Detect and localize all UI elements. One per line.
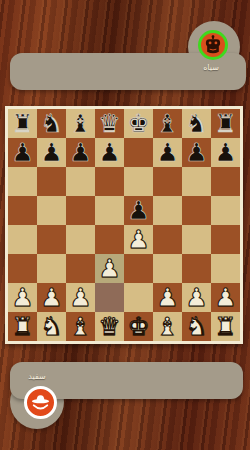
- square-c8[interactable]: ♝: [66, 109, 95, 138]
- hat-person-avatar-icon: [29, 391, 52, 414]
- square-c7[interactable]: ♟: [66, 138, 95, 167]
- piece-white-pawn: ♟: [98, 254, 120, 283]
- square-c5[interactable]: [66, 196, 95, 225]
- board: ♜♞♝♛♚♝♞♜♟♟♟♟♟♟♟♟♟♟♟♟♟♟♟♟♜♞♝♛♚♝♞♜: [8, 109, 240, 341]
- square-g4[interactable]: [182, 225, 211, 254]
- square-g1[interactable]: ♞: [182, 312, 211, 341]
- chess-app-screen: سیاه ♜♞♝♛♚♝♞♜♟♟♟♟♟♟♟♟♟♟♟♟♟♟♟♟♜♞♝♛♚♝♞♜ سف…: [0, 0, 250, 450]
- square-b5[interactable]: [37, 196, 66, 225]
- piece-white-bishop: ♝: [156, 312, 178, 341]
- white-player-label: سفید: [12, 372, 62, 381]
- square-f1[interactable]: ♝: [153, 312, 182, 341]
- square-h4[interactable]: [211, 225, 240, 254]
- square-a5[interactable]: [8, 196, 37, 225]
- square-e1[interactable]: ♚: [124, 312, 153, 341]
- square-a1[interactable]: ♜: [8, 312, 37, 341]
- square-f3[interactable]: [153, 254, 182, 283]
- square-c1[interactable]: ♝: [66, 312, 95, 341]
- piece-white-pawn: ♟: [40, 283, 62, 312]
- piece-black-pawn: ♟: [98, 138, 120, 167]
- piece-black-pawn: ♟: [11, 138, 33, 167]
- piece-black-king: ♚: [127, 109, 149, 138]
- square-f4[interactable]: [153, 225, 182, 254]
- black-player-label: سیاه: [186, 63, 236, 72]
- piece-white-pawn: ♟: [127, 225, 149, 254]
- robot-avatar-icon: [203, 35, 223, 55]
- square-c2[interactable]: ♟: [66, 283, 95, 312]
- piece-white-bishop: ♝: [69, 312, 91, 341]
- black-avatar: [198, 30, 228, 60]
- piece-white-pawn: ♟: [214, 283, 236, 312]
- square-a4[interactable]: [8, 225, 37, 254]
- piece-white-knight: ♞: [185, 312, 207, 341]
- square-c6[interactable]: [66, 167, 95, 196]
- square-f8[interactable]: ♝: [153, 109, 182, 138]
- square-d8[interactable]: ♛: [95, 109, 124, 138]
- square-e8[interactable]: ♚: [124, 109, 153, 138]
- square-b2[interactable]: ♟: [37, 283, 66, 312]
- square-d6[interactable]: [95, 167, 124, 196]
- square-a8[interactable]: ♜: [8, 109, 37, 138]
- square-g5[interactable]: [182, 196, 211, 225]
- square-d4[interactable]: [95, 225, 124, 254]
- square-a7[interactable]: ♟: [8, 138, 37, 167]
- square-f6[interactable]: [153, 167, 182, 196]
- square-b8[interactable]: ♞: [37, 109, 66, 138]
- piece-white-pawn: ♟: [69, 283, 91, 312]
- piece-black-pawn: ♟: [127, 196, 149, 225]
- square-e6[interactable]: [124, 167, 153, 196]
- square-h1[interactable]: ♜: [211, 312, 240, 341]
- piece-white-king: ♚: [127, 312, 149, 341]
- square-c3[interactable]: [66, 254, 95, 283]
- square-g3[interactable]: [182, 254, 211, 283]
- piece-black-pawn: ♟: [69, 138, 91, 167]
- board-frame: ♜♞♝♛♚♝♞♜♟♟♟♟♟♟♟♟♟♟♟♟♟♟♟♟♜♞♝♛♚♝♞♜: [5, 106, 243, 344]
- square-d7[interactable]: ♟: [95, 138, 124, 167]
- square-e3[interactable]: [124, 254, 153, 283]
- piece-white-rook: ♜: [11, 312, 33, 341]
- square-g2[interactable]: ♟: [182, 283, 211, 312]
- square-f5[interactable]: [153, 196, 182, 225]
- piece-white-queen: ♛: [98, 312, 120, 341]
- piece-black-pawn: ♟: [156, 138, 178, 167]
- square-h3[interactable]: [211, 254, 240, 283]
- square-f7[interactable]: ♟: [153, 138, 182, 167]
- square-a6[interactable]: [8, 167, 37, 196]
- piece-black-rook: ♜: [11, 109, 33, 138]
- white-avatar: [24, 386, 57, 419]
- square-b7[interactable]: ♟: [37, 138, 66, 167]
- square-d2[interactable]: [95, 283, 124, 312]
- square-h2[interactable]: ♟: [211, 283, 240, 312]
- piece-black-pawn: ♟: [214, 138, 236, 167]
- square-b4[interactable]: [37, 225, 66, 254]
- square-b1[interactable]: ♞: [37, 312, 66, 341]
- piece-black-bishop: ♝: [69, 109, 91, 138]
- square-d1[interactable]: ♛: [95, 312, 124, 341]
- square-g7[interactable]: ♟: [182, 138, 211, 167]
- square-d3[interactable]: ♟: [95, 254, 124, 283]
- square-a3[interactable]: [8, 254, 37, 283]
- piece-white-pawn: ♟: [156, 283, 178, 312]
- piece-white-knight: ♞: [40, 312, 62, 341]
- square-e4[interactable]: ♟: [124, 225, 153, 254]
- piece-white-pawn: ♟: [185, 283, 207, 312]
- square-c4[interactable]: [66, 225, 95, 254]
- square-h8[interactable]: ♜: [211, 109, 240, 138]
- piece-black-pawn: ♟: [40, 138, 62, 167]
- piece-black-knight: ♞: [40, 109, 62, 138]
- square-h7[interactable]: ♟: [211, 138, 240, 167]
- square-f2[interactable]: ♟: [153, 283, 182, 312]
- square-h5[interactable]: [211, 196, 240, 225]
- square-b6[interactable]: [37, 167, 66, 196]
- square-g6[interactable]: [182, 167, 211, 196]
- piece-black-rook: ♜: [214, 109, 236, 138]
- piece-white-pawn: ♟: [11, 283, 33, 312]
- piece-black-pawn: ♟: [185, 138, 207, 167]
- square-b3[interactable]: [37, 254, 66, 283]
- square-a2[interactable]: ♟: [8, 283, 37, 312]
- piece-black-queen: ♛: [98, 109, 120, 138]
- piece-black-bishop: ♝: [156, 109, 178, 138]
- square-e7[interactable]: [124, 138, 153, 167]
- square-g8[interactable]: ♞: [182, 109, 211, 138]
- square-h6[interactable]: [211, 167, 240, 196]
- piece-white-rook: ♜: [214, 312, 236, 341]
- square-e5[interactable]: ♟: [124, 196, 153, 225]
- square-d5[interactable]: [95, 196, 124, 225]
- square-e2[interactable]: [124, 283, 153, 312]
- piece-black-knight: ♞: [185, 109, 207, 138]
